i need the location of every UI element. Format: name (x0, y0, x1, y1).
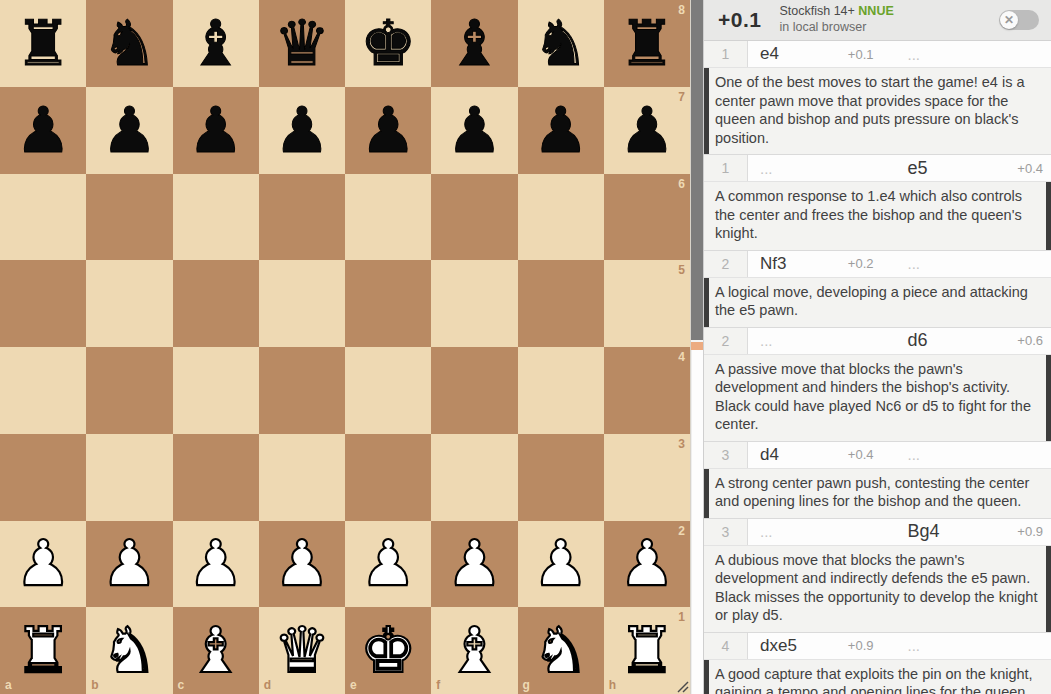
square-g3[interactable] (518, 434, 604, 521)
close-icon[interactable]: ✕ (1000, 11, 1018, 29)
square-g5[interactable] (518, 260, 604, 347)
file-label-b: b (91, 679, 98, 691)
comment-side-bar (704, 660, 709, 694)
move-number: 3 (704, 519, 748, 545)
comment-text: A passive move that blocks the pawn's de… (715, 361, 1031, 433)
black-knight[interactable]: ♞ (101, 12, 157, 75)
white-knight[interactable]: ♞ (101, 619, 157, 682)
comment-text: A common response to 1.e4 which also con… (715, 188, 1022, 241)
move-san[interactable]: d6 (900, 330, 928, 351)
black-move-placeholder: ... (900, 255, 921, 272)
square-d4[interactable] (259, 347, 345, 434)
move-eval: +0.4 (1017, 161, 1051, 176)
move-list: 1e4+0.1...One of the best moves to start… (704, 41, 1051, 694)
move-san[interactable]: e5 (900, 158, 928, 179)
rank-label-7: 7 (678, 91, 685, 103)
engine-info: Stockfish 14+ NNUE in local browser (779, 4, 893, 35)
white-queen[interactable]: ♛ (274, 619, 330, 682)
file-label-a: a (5, 679, 12, 691)
rank-label-1: 1 (678, 611, 685, 623)
move-number: 3 (704, 442, 748, 468)
white-king[interactable]: ♚ (360, 619, 416, 682)
comment-side-bar (704, 68, 709, 154)
black-king[interactable]: ♚ (360, 12, 416, 75)
square-f3[interactable] (431, 434, 517, 521)
move-number: 4 (704, 633, 748, 659)
comment-text: One of the best moves to start the game!… (715, 74, 1025, 146)
comment-text: A good capture that exploits the pin on … (715, 666, 1033, 694)
move-comment: A good capture that exploits the pin on … (704, 660, 1051, 694)
square-a2[interactable]: ♟ (0, 521, 86, 608)
white-pawn[interactable]: ♟ (187, 532, 243, 595)
move-comment: A strong center pawn push, contesting th… (704, 469, 1051, 519)
move-number: 2 (704, 251, 748, 277)
square-e3[interactable] (345, 434, 431, 521)
square-a5[interactable] (0, 260, 86, 347)
square-f1[interactable]: ♝f (431, 607, 517, 694)
eval-score: +0.1 (718, 8, 761, 32)
square-h2[interactable]: ♟2 (604, 521, 690, 608)
rank-label-3: 3 (678, 438, 685, 450)
square-b5[interactable] (86, 260, 172, 347)
move-row-3-black[interactable]: 3...Bg4+0.9 (704, 519, 1051, 546)
rank-label-4: 4 (678, 351, 685, 363)
square-c1[interactable]: ♝c (173, 607, 259, 694)
move-san[interactable]: d4 (748, 445, 779, 465)
square-e5[interactable] (345, 260, 431, 347)
rank-label-6: 6 (678, 178, 685, 190)
move-san[interactable]: e4 (748, 44, 779, 64)
square-e7[interactable]: ♟ (345, 87, 431, 174)
eval-gauge-black-side (691, 0, 703, 340)
square-c6[interactable] (173, 174, 259, 261)
file-label-f: f (436, 679, 440, 691)
square-e8[interactable]: ♚ (345, 0, 431, 87)
black-knight[interactable]: ♞ (532, 12, 588, 75)
square-h8[interactable]: ♜8 (604, 0, 690, 87)
move-comment: A common response to 1.e4 which also con… (704, 182, 1051, 251)
move-comment: One of the best moves to start the game!… (704, 68, 1051, 155)
file-label-h: h (609, 679, 616, 691)
square-a4[interactable] (0, 347, 86, 434)
square-e1[interactable]: ♚e (345, 607, 431, 694)
square-d1[interactable]: ♛d (259, 607, 345, 694)
rank-label-5: 5 (678, 264, 685, 276)
square-h6[interactable]: 6 (604, 174, 690, 261)
square-a6[interactable] (0, 174, 86, 261)
analysis-panel: +0.1 Stockfish 14+ NNUE in local browser… (703, 0, 1051, 694)
white-move-placeholder: ... (748, 523, 773, 540)
square-a8[interactable]: ♜ (0, 0, 86, 87)
black-rook[interactable]: ♜ (15, 12, 71, 75)
app: ♜♞♝♛♚♝♞♜8♟♟♟♟♟♟♟♟76543♟♟♟♟♟♟♟♟2♜a♞b♝c♛d♚… (0, 0, 1051, 694)
white-move-placeholder: ... (748, 332, 773, 349)
black-pawn[interactable]: ♟ (187, 99, 243, 162)
square-d6[interactable] (259, 174, 345, 261)
square-e4[interactable] (345, 347, 431, 434)
move-row-1-black[interactable]: 1...e5+0.4 (704, 155, 1051, 182)
white-pawn[interactable]: ♟ (446, 532, 502, 595)
chess-board[interactable]: ♜♞♝♛♚♝♞♜8♟♟♟♟♟♟♟♟76543♟♟♟♟♟♟♟♟2♜a♞b♝c♛d♚… (0, 0, 690, 694)
black-move-placeholder: ... (900, 46, 921, 63)
black-pawn[interactable]: ♟ (532, 99, 588, 162)
white-pawn[interactable]: ♟ (15, 532, 71, 595)
comment-text: A strong center pawn push, contesting th… (715, 475, 1029, 510)
black-bishop[interactable]: ♝ (446, 12, 502, 75)
engine-toggle[interactable]: ✕ (999, 10, 1039, 30)
comment-text: A logical move, developing a piece and a… (715, 284, 1028, 319)
square-h7[interactable]: ♟7 (604, 87, 690, 174)
move-eval: +0.2 (848, 256, 874, 271)
eval-gauge-tick (691, 342, 703, 350)
move-san[interactable]: Nf3 (748, 254, 786, 274)
square-g1[interactable]: ♞g (518, 607, 604, 694)
move-comment: A passive move that blocks the pawn's de… (704, 355, 1051, 442)
engine-subtitle: in local browser (779, 20, 893, 36)
square-f7[interactable]: ♟ (431, 87, 517, 174)
black-bishop[interactable]: ♝ (187, 12, 243, 75)
square-a7[interactable]: ♟ (0, 87, 86, 174)
move-row-2-white[interactable]: 2Nf3+0.2... (704, 251, 1051, 278)
square-d8[interactable]: ♛ (259, 0, 345, 87)
square-b3[interactable] (86, 434, 172, 521)
white-rook[interactable]: ♜ (619, 619, 675, 682)
black-pawn[interactable]: ♟ (619, 99, 675, 162)
comment-side-bar (1046, 355, 1051, 441)
comment-text: A dubious move that blocks the pawn's de… (715, 552, 1037, 624)
square-c4[interactable] (173, 347, 259, 434)
move-row-2-black[interactable]: 2...d6+0.6 (704, 328, 1051, 355)
black-pawn[interactable]: ♟ (446, 99, 502, 162)
white-move-placeholder: ... (748, 160, 773, 177)
square-f6[interactable] (431, 174, 517, 261)
comment-side-bar (1046, 182, 1051, 250)
square-a1[interactable]: ♜a (0, 607, 86, 694)
white-bishop[interactable]: ♝ (446, 619, 502, 682)
square-d2[interactable]: ♟ (259, 521, 345, 608)
square-f2[interactable]: ♟ (431, 521, 517, 608)
black-queen[interactable]: ♛ (274, 12, 330, 75)
comment-side-bar (1046, 546, 1051, 632)
square-g8[interactable]: ♞ (518, 0, 604, 87)
square-g4[interactable] (518, 347, 604, 434)
square-b7[interactable]: ♟ (86, 87, 172, 174)
square-h5[interactable]: 5 (604, 260, 690, 347)
square-d5[interactable] (259, 260, 345, 347)
black-pawn[interactable]: ♟ (274, 99, 330, 162)
white-pawn[interactable]: ♟ (360, 532, 416, 595)
black-rook[interactable]: ♜ (619, 12, 675, 75)
comment-side-bar (704, 278, 709, 327)
rank-label-2: 2 (678, 525, 685, 537)
black-move-placeholder: ... (900, 637, 921, 654)
black-pawn[interactable]: ♟ (15, 99, 71, 162)
move-eval: +0.6 (1017, 333, 1051, 348)
move-san[interactable]: Bg4 (900, 521, 940, 542)
square-g2[interactable]: ♟ (518, 521, 604, 608)
square-c8[interactable]: ♝ (173, 0, 259, 87)
square-d7[interactable]: ♟ (259, 87, 345, 174)
board-area: ♜♞♝♛♚♝♞♜8♟♟♟♟♟♟♟♟76543♟♟♟♟♟♟♟♟2♜a♞b♝c♛d♚… (0, 0, 690, 694)
square-b2[interactable]: ♟ (86, 521, 172, 608)
square-f5[interactable] (431, 260, 517, 347)
file-label-d: d (264, 679, 271, 691)
eval-gauge (690, 0, 703, 694)
square-c2[interactable]: ♟ (173, 521, 259, 608)
move-comment: A logical move, developing a piece and a… (704, 278, 1051, 328)
white-bishop[interactable]: ♝ (187, 619, 243, 682)
move-eval: +0.9 (1017, 524, 1051, 539)
square-b4[interactable] (86, 347, 172, 434)
square-c5[interactable] (173, 260, 259, 347)
move-san[interactable]: dxe5 (748, 636, 797, 656)
black-move-placeholder: ... (900, 446, 921, 463)
move-row-1-white[interactable]: 1e4+0.1... (704, 41, 1051, 68)
move-row-3-white[interactable]: 3d4+0.4... (704, 442, 1051, 469)
file-label-g: g (523, 679, 530, 691)
comment-side-bar (704, 469, 709, 518)
square-a3[interactable] (0, 434, 86, 521)
square-e6[interactable] (345, 174, 431, 261)
move-comment: A dubious move that blocks the pawn's de… (704, 546, 1051, 633)
move-eval: +0.1 (848, 47, 874, 62)
square-f4[interactable] (431, 347, 517, 434)
square-h4[interactable]: 4 (604, 347, 690, 434)
move-row-4-white[interactable]: 4dxe5+0.9... (704, 633, 1051, 660)
square-h3[interactable]: 3 (604, 434, 690, 521)
file-label-c: c (178, 679, 185, 691)
engine-name: Stockfish 14+ (779, 4, 854, 18)
move-number: 1 (704, 41, 748, 67)
square-f8[interactable]: ♝ (431, 0, 517, 87)
white-knight[interactable]: ♞ (532, 619, 588, 682)
black-pawn[interactable]: ♟ (101, 99, 157, 162)
square-d3[interactable] (259, 434, 345, 521)
square-b8[interactable]: ♞ (86, 0, 172, 87)
black-pawn[interactable]: ♟ (360, 99, 416, 162)
move-eval: +0.4 (848, 447, 874, 462)
white-pawn[interactable]: ♟ (532, 532, 588, 595)
engine-badge: NNUE (858, 4, 893, 18)
white-pawn[interactable]: ♟ (101, 532, 157, 595)
engine-header: +0.1 Stockfish 14+ NNUE in local browser… (704, 0, 1051, 41)
square-c7[interactable]: ♟ (173, 87, 259, 174)
eval-gauge-white-side (691, 350, 703, 694)
move-number: 2 (704, 328, 748, 354)
square-b1[interactable]: ♞b (86, 607, 172, 694)
move-eval: +0.9 (848, 638, 874, 653)
white-rook[interactable]: ♜ (15, 619, 71, 682)
file-label-e: e (350, 679, 357, 691)
square-e2[interactable]: ♟ (345, 521, 431, 608)
square-g7[interactable]: ♟ (518, 87, 604, 174)
move-number: 1 (704, 155, 748, 181)
white-pawn[interactable]: ♟ (619, 532, 675, 595)
white-pawn[interactable]: ♟ (274, 532, 330, 595)
square-c3[interactable] (173, 434, 259, 521)
square-b6[interactable] (86, 174, 172, 261)
rank-label-8: 8 (678, 4, 685, 16)
square-g6[interactable] (518, 174, 604, 261)
resize-handle-icon[interactable] (675, 679, 689, 693)
